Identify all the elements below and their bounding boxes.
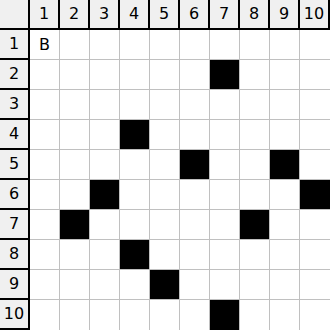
- cell-r7c10[interactable]: [300, 210, 330, 240]
- cell-r3c8[interactable]: [240, 90, 270, 120]
- col-header-1: 1: [30, 0, 60, 30]
- col-header-5: 5: [150, 0, 180, 30]
- cell-r6c7[interactable]: [210, 180, 240, 210]
- cell-r9c3[interactable]: [90, 270, 120, 300]
- cell-r8c8[interactable]: [240, 240, 270, 270]
- cell-r9c4[interactable]: [120, 270, 150, 300]
- cell-r3c7[interactable]: [210, 90, 240, 120]
- cell-r9c8[interactable]: [240, 270, 270, 300]
- cell-r5c3[interactable]: [90, 150, 120, 180]
- cell-r1c8[interactable]: [240, 30, 270, 60]
- cell-r1c3[interactable]: [90, 30, 120, 60]
- cell-r1c4[interactable]: [120, 30, 150, 60]
- cell-r1c10[interactable]: [300, 30, 330, 60]
- cell-r5c4[interactable]: [120, 150, 150, 180]
- cell-r4c9[interactable]: [270, 120, 300, 150]
- cell-r6c2[interactable]: [60, 180, 90, 210]
- cell-r7c6[interactable]: [180, 210, 210, 240]
- cell-r4c10[interactable]: [300, 120, 330, 150]
- cell-r1c9[interactable]: [270, 30, 300, 60]
- cell-r7c4[interactable]: [120, 210, 150, 240]
- row-header-7: 7: [0, 210, 30, 240]
- cell-r2c8[interactable]: [240, 60, 270, 90]
- cell-r10c2[interactable]: [60, 300, 90, 330]
- obstacle-cell-r7c8[interactable]: [240, 210, 270, 240]
- col-header-6: 6: [180, 0, 210, 30]
- cell-r7c7[interactable]: [210, 210, 240, 240]
- cell-r4c6[interactable]: [180, 120, 210, 150]
- cell-r9c9[interactable]: [270, 270, 300, 300]
- cell-r3c5[interactable]: [150, 90, 180, 120]
- cell-r3c1[interactable]: [30, 90, 60, 120]
- board: 123456789101B2345678910: [0, 0, 330, 330]
- cell-r4c2[interactable]: [60, 120, 90, 150]
- row-header-8: 8: [0, 240, 30, 270]
- cell-r6c6[interactable]: [180, 180, 210, 210]
- cell-r10c8[interactable]: [240, 300, 270, 330]
- col-header-4: 4: [120, 0, 150, 30]
- cell-r3c2[interactable]: [60, 90, 90, 120]
- col-header-10: 10: [300, 0, 330, 30]
- cell-r9c2[interactable]: [60, 270, 90, 300]
- cell-r5c8[interactable]: [240, 150, 270, 180]
- cell-r2c2[interactable]: [60, 60, 90, 90]
- cell-r9c7[interactable]: [210, 270, 240, 300]
- cell-r4c1[interactable]: [30, 120, 60, 150]
- col-header-9: 9: [270, 0, 300, 30]
- cell-r5c7[interactable]: [210, 150, 240, 180]
- cell-r7c9[interactable]: [270, 210, 300, 240]
- cell-r10c9[interactable]: [270, 300, 300, 330]
- cell-r7c1[interactable]: [30, 210, 60, 240]
- obstacle-cell-r5c6[interactable]: [180, 150, 210, 180]
- cell-r10c6[interactable]: [180, 300, 210, 330]
- col-header-7: 7: [210, 0, 240, 30]
- row-header-9: 9: [0, 270, 30, 300]
- cell-r10c3[interactable]: [90, 300, 120, 330]
- obstacle-cell-r6c3[interactable]: [90, 180, 120, 210]
- cell-r1c6[interactable]: [180, 30, 210, 60]
- cell-r7c3[interactable]: [90, 210, 120, 240]
- cell-r2c4[interactable]: [120, 60, 150, 90]
- cell-r6c5[interactable]: [150, 180, 180, 210]
- col-header-2: 2: [60, 0, 90, 30]
- cell-r2c6[interactable]: [180, 60, 210, 90]
- cell-r9c10[interactable]: [300, 270, 330, 300]
- obstacle-cell-r8c4[interactable]: [120, 240, 150, 270]
- cell-r1c2[interactable]: [60, 30, 90, 60]
- row-header-6: 6: [0, 180, 30, 210]
- cell-r4c5[interactable]: [150, 120, 180, 150]
- cell-r6c4[interactable]: [120, 180, 150, 210]
- cell-r2c5[interactable]: [150, 60, 180, 90]
- cell-r3c6[interactable]: [180, 90, 210, 120]
- col-header-8: 8: [240, 0, 270, 30]
- obstacle-cell-r6c10[interactable]: [300, 180, 330, 210]
- obstacle-cell-r4c4[interactable]: [120, 120, 150, 150]
- cell-r5c10[interactable]: [300, 150, 330, 180]
- cell-r4c3[interactable]: [90, 120, 120, 150]
- row-header-3: 3: [0, 90, 30, 120]
- row-header-2: 2: [0, 60, 30, 90]
- cell-r10c5[interactable]: [150, 300, 180, 330]
- cell-r8c10[interactable]: [300, 240, 330, 270]
- cell-r4c8[interactable]: [240, 120, 270, 150]
- cell-r10c1[interactable]: [30, 300, 60, 330]
- col-header-3: 3: [90, 0, 120, 30]
- corner-cell: [0, 0, 30, 30]
- cell-r8c1[interactable]: [30, 240, 60, 270]
- cell-r3c10[interactable]: [300, 90, 330, 120]
- cell-r5c2[interactable]: [60, 150, 90, 180]
- cell-r2c1[interactable]: [30, 60, 60, 90]
- cell-r8c9[interactable]: [270, 240, 300, 270]
- cell-r5c5[interactable]: [150, 150, 180, 180]
- cell-r4c7[interactable]: [210, 120, 240, 150]
- cell-r3c4[interactable]: [120, 90, 150, 120]
- cell-r7c5[interactable]: [150, 210, 180, 240]
- cell-r5c1[interactable]: [30, 150, 60, 180]
- cell-r1c7[interactable]: [210, 30, 240, 60]
- marker-b-cell-r1c1[interactable]: B: [30, 30, 60, 60]
- obstacle-cell-r5c9[interactable]: [270, 150, 300, 180]
- row-header-10: 10: [0, 300, 30, 330]
- cell-r8c2[interactable]: [60, 240, 90, 270]
- cell-r8c5[interactable]: [150, 240, 180, 270]
- cell-r1c5[interactable]: [150, 30, 180, 60]
- cell-r8c6[interactable]: [180, 240, 210, 270]
- cell-r2c10[interactable]: [300, 60, 330, 90]
- obstacle-cell-r2c7[interactable]: [210, 60, 240, 90]
- cell-r8c7[interactable]: [210, 240, 240, 270]
- row-header-4: 4: [0, 120, 30, 150]
- obstacle-cell-r9c5[interactable]: [150, 270, 180, 300]
- cell-r3c3[interactable]: [90, 90, 120, 120]
- obstacle-cell-r10c7[interactable]: [210, 300, 240, 330]
- cell-r6c9[interactable]: [270, 180, 300, 210]
- cell-r10c10[interactable]: [300, 300, 330, 330]
- cell-r6c8[interactable]: [240, 180, 270, 210]
- cell-r9c6[interactable]: [180, 270, 210, 300]
- row-header-1: 1: [0, 30, 30, 60]
- cell-r2c3[interactable]: [90, 60, 120, 90]
- cell-r6c1[interactable]: [30, 180, 60, 210]
- cell-r3c9[interactable]: [270, 90, 300, 120]
- cell-r8c3[interactable]: [90, 240, 120, 270]
- cell-r10c4[interactable]: [120, 300, 150, 330]
- obstacle-cell-r7c2[interactable]: [60, 210, 90, 240]
- row-header-5: 5: [0, 150, 30, 180]
- cell-r9c1[interactable]: [30, 270, 60, 300]
- cell-r2c9[interactable]: [270, 60, 300, 90]
